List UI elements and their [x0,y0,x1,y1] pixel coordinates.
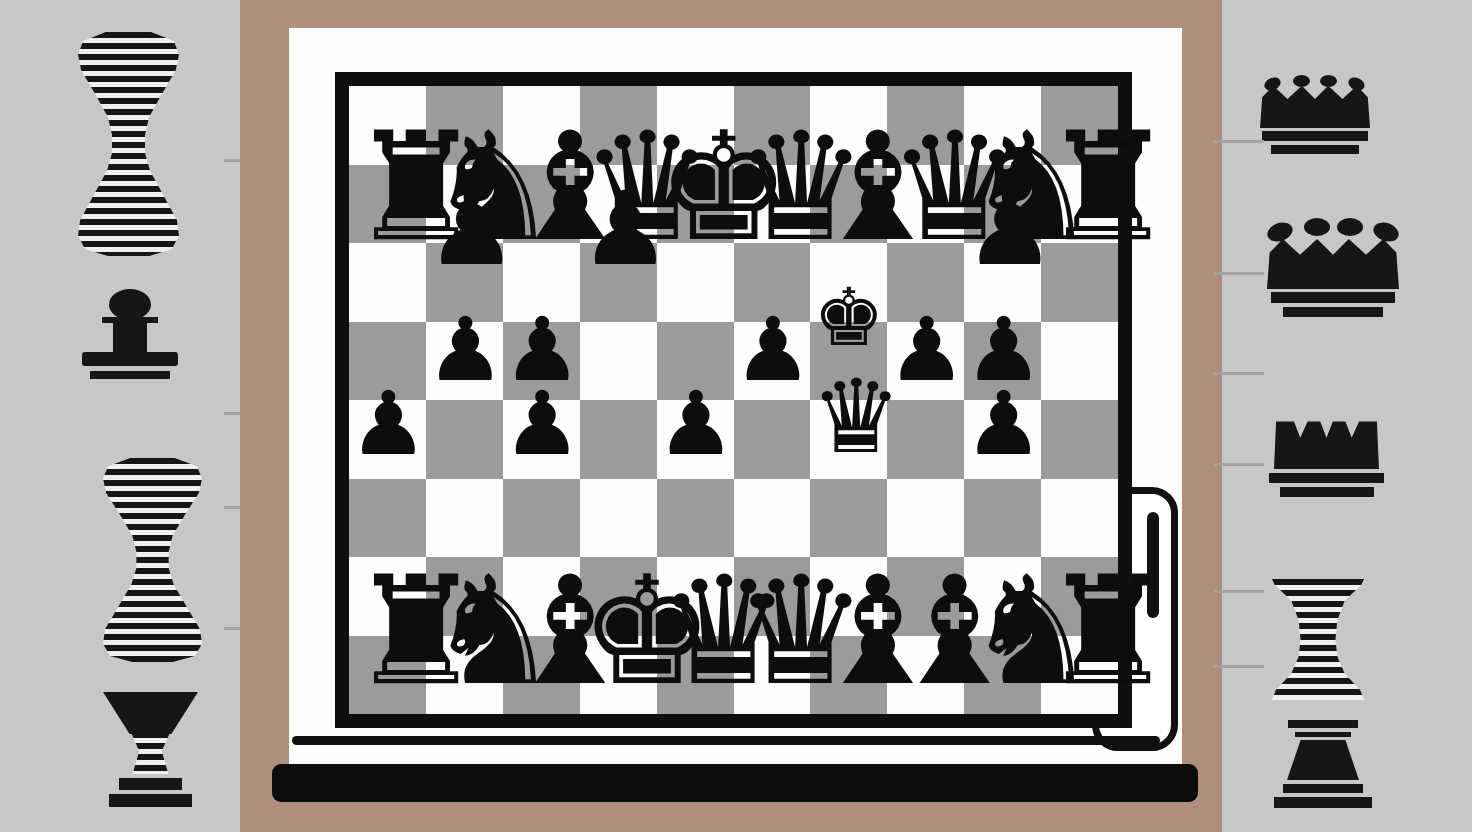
board-frame: ♜♞♝♛♚♛♝♛♞♜♟♟♟♟♟♟♚♟♟♟♟♟♛♟♜♞♝♚♛♛♝♝♞♜ [335,72,1132,728]
square-a8[interactable] [349,86,426,165]
square-j7[interactable] [1041,165,1118,244]
square-a2[interactable] [349,557,426,636]
square-e2[interactable] [657,557,734,636]
backdrop: ♜♞♝♛♚♛♝♛♞♜♟♟♟♟♟♟♚♟♟♟♟♟♛♟♜♞♝♚♛♛♝♝♞♜ [240,0,1222,832]
battlement-icon [1274,415,1379,503]
ruler-tick [1214,590,1264,593]
square-c5[interactable] [503,322,580,401]
square-a3[interactable] [349,479,426,558]
square-f2[interactable] [734,557,811,636]
square-g1[interactable] [810,636,887,715]
square-d2[interactable] [580,557,657,636]
square-b2[interactable] [426,557,503,636]
shelf-bar [272,764,1198,802]
square-d6[interactable] [580,243,657,322]
square-b7[interactable] [426,165,503,244]
square-f4[interactable] [734,400,811,479]
square-c1[interactable] [503,636,580,715]
square-j2[interactable] [1041,557,1118,636]
square-e5[interactable] [657,322,734,401]
square-d7[interactable] [580,165,657,244]
square-g4[interactable] [810,400,887,479]
square-h8[interactable] [887,86,964,165]
square-j5[interactable] [1041,322,1118,401]
striped-hourglass-icon [77,32,180,256]
square-a5[interactable] [349,322,426,401]
right-panel [1222,0,1472,832]
square-b5[interactable] [426,322,503,401]
square-h3[interactable] [887,479,964,558]
square-b1[interactable] [426,636,503,715]
square-a4[interactable] [349,400,426,479]
trophy-icon [103,692,198,813]
square-a1[interactable] [349,636,426,715]
square-a7[interactable] [349,165,426,244]
square-e4[interactable] [657,400,734,479]
square-f3[interactable] [734,479,811,558]
square-b6[interactable] [426,243,503,322]
square-e3[interactable] [657,479,734,558]
square-c2[interactable] [503,557,580,636]
square-h6[interactable] [887,243,964,322]
square-c4[interactable] [503,400,580,479]
square-i1[interactable] [964,636,1041,715]
square-g2[interactable] [810,557,887,636]
ruler-tick [1214,463,1264,466]
square-b4[interactable] [426,400,503,479]
square-d8[interactable] [580,86,657,165]
square-j8[interactable] [1041,86,1118,165]
square-i5[interactable] [964,322,1041,401]
ruler-tick [1214,372,1264,375]
square-a6[interactable] [349,243,426,322]
square-g5[interactable] [810,322,887,401]
square-e6[interactable] [657,243,734,322]
small-crown-icon [1260,78,1370,158]
square-h1[interactable] [887,636,964,715]
square-f7[interactable] [734,165,811,244]
pedestal-icon [1274,720,1372,808]
striped-vase-icon [1272,579,1364,700]
square-i7[interactable] [964,165,1041,244]
square-h5[interactable] [887,322,964,401]
square-c6[interactable] [503,243,580,322]
square-i3[interactable] [964,479,1041,558]
square-c3[interactable] [503,479,580,558]
chess-board[interactable] [349,86,1118,714]
large-crown-icon [1267,223,1399,320]
pawn-icon [80,289,180,390]
square-j4[interactable] [1041,400,1118,479]
square-d5[interactable] [580,322,657,401]
striped-hourglass-icon [102,458,203,662]
square-b3[interactable] [426,479,503,558]
square-i8[interactable] [964,86,1041,165]
ruler-tick [1214,140,1264,143]
side-tab-handle [1147,512,1159,618]
ruler-tick [1214,665,1264,668]
easel-line [292,736,1160,745]
square-i4[interactable] [964,400,1041,479]
left-panel [0,0,240,832]
square-e7[interactable] [657,165,734,244]
square-b8[interactable] [426,86,503,165]
square-e8[interactable] [657,86,734,165]
square-d4[interactable] [580,400,657,479]
square-f1[interactable] [734,636,811,715]
square-g7[interactable] [810,165,887,244]
square-e1[interactable] [657,636,734,715]
square-i2[interactable] [964,557,1041,636]
square-j3[interactable] [1041,479,1118,558]
square-h2[interactable] [887,557,964,636]
square-c8[interactable] [503,86,580,165]
square-c7[interactable] [503,165,580,244]
square-j6[interactable] [1041,243,1118,322]
square-j1[interactable] [1041,636,1118,715]
square-d3[interactable] [580,479,657,558]
square-i6[interactable] [964,243,1041,322]
ruler-tick [1214,272,1264,275]
square-f8[interactable] [734,86,811,165]
square-d1[interactable] [580,636,657,715]
square-f5[interactable] [734,322,811,401]
scene: ♜♞♝♛♚♛♝♛♞♜♟♟♟♟♟♟♚♟♟♟♟♟♛♟♜♞♝♚♛♛♝♝♞♜ [0,0,1472,832]
square-g3[interactable] [810,479,887,558]
square-g8[interactable] [810,86,887,165]
square-g6[interactable] [810,243,887,322]
square-h7[interactable] [887,165,964,244]
square-f6[interactable] [734,243,811,322]
square-h4[interactable] [887,400,964,479]
